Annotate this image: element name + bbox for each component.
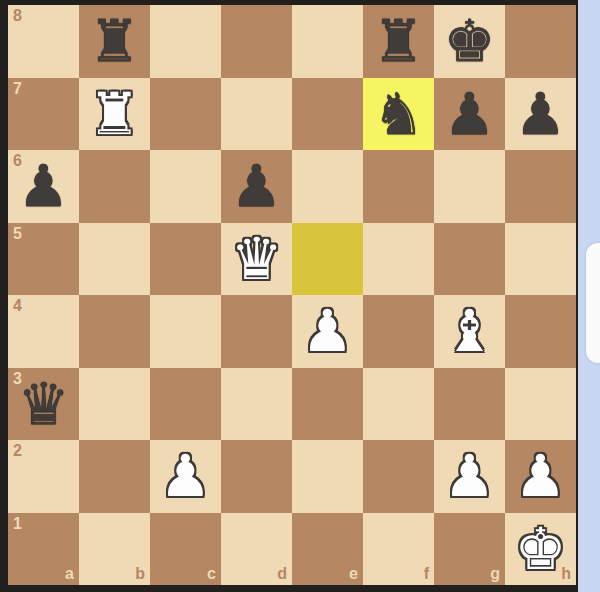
square-b1[interactable]: b [79, 513, 150, 586]
piece-white-pawn[interactable]: ♟ [160, 447, 212, 505]
square-h6[interactable] [505, 150, 576, 223]
square-e1[interactable]: e [292, 513, 363, 586]
board-frame: 8♜♜♚7♜♞♟♟6♟♟5♛4♟♝3♛2♟♟♟1abcdefgh♚ [0, 0, 578, 592]
square-g8[interactable]: ♚ [434, 5, 505, 78]
square-c5[interactable] [150, 223, 221, 296]
file-label-g: g [490, 566, 500, 582]
rank-label-7: 7 [13, 81, 22, 97]
piece-white-queen[interactable]: ♛ [231, 230, 283, 288]
square-a5[interactable]: 5 [8, 223, 79, 296]
square-g7[interactable]: ♟ [434, 78, 505, 151]
square-g5[interactable] [434, 223, 505, 296]
square-c8[interactable] [150, 5, 221, 78]
scrollbar-track[interactable] [578, 0, 600, 592]
square-c1[interactable]: c [150, 513, 221, 586]
square-a6[interactable]: 6♟ [8, 150, 79, 223]
square-c6[interactable] [150, 150, 221, 223]
square-c7[interactable] [150, 78, 221, 151]
file-label-a: a [65, 566, 74, 582]
square-a7[interactable]: 7 [8, 78, 79, 151]
square-f6[interactable] [363, 150, 434, 223]
square-b7[interactable]: ♜ [79, 78, 150, 151]
square-d1[interactable]: d [221, 513, 292, 586]
square-b6[interactable] [79, 150, 150, 223]
square-a8[interactable]: 8 [8, 5, 79, 78]
piece-black-queen[interactable]: ♛ [18, 375, 70, 433]
file-label-f: f [424, 566, 429, 582]
chess-board: 8♜♜♚7♜♞♟♟6♟♟5♛4♟♝3♛2♟♟♟1abcdefgh♚ [8, 5, 576, 585]
piece-black-pawn[interactable]: ♟ [231, 157, 283, 215]
square-f5[interactable] [363, 223, 434, 296]
square-g6[interactable] [434, 150, 505, 223]
piece-black-rook[interactable]: ♜ [373, 12, 425, 70]
square-h4[interactable] [505, 295, 576, 368]
rank-label-8: 8 [13, 8, 22, 24]
scrollbar-thumb[interactable] [586, 243, 600, 363]
square-e3[interactable] [292, 368, 363, 441]
square-e5[interactable] [292, 223, 363, 296]
square-a1[interactable]: 1a [8, 513, 79, 586]
file-label-c: c [207, 566, 216, 582]
file-label-d: d [277, 566, 287, 582]
square-d4[interactable] [221, 295, 292, 368]
square-d8[interactable] [221, 5, 292, 78]
piece-black-pawn[interactable]: ♟ [18, 157, 70, 215]
square-e4[interactable]: ♟ [292, 295, 363, 368]
square-g2[interactable]: ♟ [434, 440, 505, 513]
square-f3[interactable] [363, 368, 434, 441]
rank-label-2: 2 [13, 443, 22, 459]
square-d3[interactable] [221, 368, 292, 441]
square-g3[interactable] [434, 368, 505, 441]
square-f4[interactable] [363, 295, 434, 368]
piece-white-bishop[interactable]: ♝ [444, 302, 496, 360]
square-e7[interactable] [292, 78, 363, 151]
square-h3[interactable] [505, 368, 576, 441]
square-h1[interactable]: h♚ [505, 513, 576, 586]
square-d5[interactable]: ♛ [221, 223, 292, 296]
square-e6[interactable] [292, 150, 363, 223]
page: 8♜♜♚7♜♞♟♟6♟♟5♛4♟♝3♛2♟♟♟1abcdefgh♚ [0, 0, 600, 592]
square-c2[interactable]: ♟ [150, 440, 221, 513]
piece-black-knight[interactable]: ♞ [373, 85, 425, 143]
piece-white-king[interactable]: ♚ [515, 520, 567, 578]
square-f8[interactable]: ♜ [363, 5, 434, 78]
square-d7[interactable] [221, 78, 292, 151]
square-h8[interactable] [505, 5, 576, 78]
square-h5[interactable] [505, 223, 576, 296]
square-b5[interactable] [79, 223, 150, 296]
rank-label-1: 1 [13, 516, 22, 532]
rank-label-5: 5 [13, 226, 22, 242]
piece-black-king[interactable]: ♚ [444, 12, 496, 70]
square-h7[interactable]: ♟ [505, 78, 576, 151]
square-c3[interactable] [150, 368, 221, 441]
square-g4[interactable]: ♝ [434, 295, 505, 368]
square-c4[interactable] [150, 295, 221, 368]
square-d6[interactable]: ♟ [221, 150, 292, 223]
square-g1[interactable]: g [434, 513, 505, 586]
piece-black-rook[interactable]: ♜ [89, 12, 141, 70]
square-h2[interactable]: ♟ [505, 440, 576, 513]
square-e8[interactable] [292, 5, 363, 78]
piece-white-pawn[interactable]: ♟ [444, 447, 496, 505]
file-label-e: e [349, 566, 358, 582]
square-f7[interactable]: ♞ [363, 78, 434, 151]
square-d2[interactable] [221, 440, 292, 513]
piece-white-pawn[interactable]: ♟ [302, 302, 354, 360]
file-label-b: b [135, 566, 145, 582]
square-b2[interactable] [79, 440, 150, 513]
square-b8[interactable]: ♜ [79, 5, 150, 78]
piece-black-pawn[interactable]: ♟ [515, 85, 567, 143]
square-e2[interactable] [292, 440, 363, 513]
square-b4[interactable] [79, 295, 150, 368]
square-f1[interactable]: f [363, 513, 434, 586]
piece-black-pawn[interactable]: ♟ [444, 85, 496, 143]
square-f2[interactable] [363, 440, 434, 513]
square-a3[interactable]: 3♛ [8, 368, 79, 441]
square-a4[interactable]: 4 [8, 295, 79, 368]
square-b3[interactable] [79, 368, 150, 441]
square-a2[interactable]: 2 [8, 440, 79, 513]
piece-white-pawn[interactable]: ♟ [515, 447, 567, 505]
piece-white-rook[interactable]: ♜ [89, 85, 141, 143]
rank-label-4: 4 [13, 298, 22, 314]
